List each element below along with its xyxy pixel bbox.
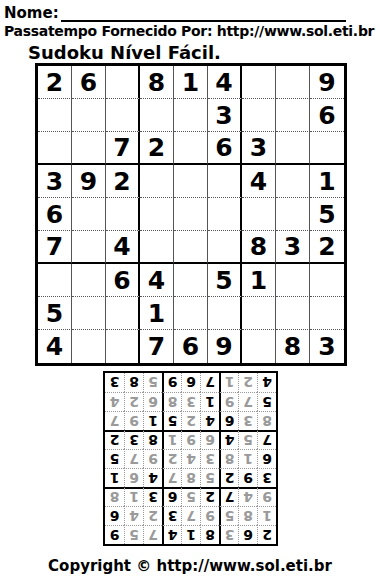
name-row: Nome: xyxy=(4,4,346,22)
solution-cell-r1c3: 3 xyxy=(219,525,238,544)
solution-cell-r1c8: 5 xyxy=(124,525,143,544)
solution-cell-r8c2: 7 xyxy=(238,392,257,411)
sudoku-cell-r4c2: 9 xyxy=(72,165,106,198)
sudoku-cell-r1c1: 2 xyxy=(38,66,72,99)
solution-cell-r5c5: 4 xyxy=(181,449,200,468)
solution-cell-r3c4: 2 xyxy=(200,487,219,506)
solution-cell-r1c4: 8 xyxy=(200,525,219,544)
solution-cell-r5c8: 7 xyxy=(124,449,143,468)
solution-cell-r9c2: 2 xyxy=(238,373,257,392)
solution-cell-r4c8: 6 xyxy=(124,468,143,487)
sudoku-cell-r6c5 xyxy=(174,231,208,264)
solution-cell-r2c4: 9 xyxy=(200,506,219,525)
sudoku-cell-r1c2: 6 xyxy=(72,66,106,99)
sudoku-cell-r3c4: 2 xyxy=(140,132,174,165)
sudoku-cell-r7c6: 5 xyxy=(208,264,242,297)
sudoku-cell-r6c2 xyxy=(72,231,106,264)
solution-cell-r4c5: 8 xyxy=(181,468,200,487)
sudoku-cell-r9c1: 4 xyxy=(38,330,72,363)
solution-cell-r6c8: 3 xyxy=(124,430,143,449)
solution-cell-r9c3: 1 xyxy=(219,373,238,392)
sudoku-cell-r3c9 xyxy=(310,132,344,165)
solution-cell-r7c2: 3 xyxy=(238,411,257,430)
sudoku-cell-r8c8 xyxy=(276,297,310,330)
sudoku-cell-r9c8: 8 xyxy=(276,330,310,363)
sudoku-cell-r8c2 xyxy=(72,297,106,330)
solution-cell-r5c4: 3 xyxy=(200,449,219,468)
solution-cell-r6c2: 5 xyxy=(238,430,257,449)
sudoku-cell-r7c3: 6 xyxy=(106,264,140,297)
sudoku-cell-r2c8 xyxy=(276,99,310,132)
sudoku-cell-r9c2 xyxy=(72,330,106,363)
solution-cell-r9c9: 3 xyxy=(105,373,124,392)
solution-cell-r5c6: 2 xyxy=(162,449,181,468)
sudoku-cell-r7c8 xyxy=(276,264,310,297)
sudoku-cell-r1c5: 1 xyxy=(174,66,208,99)
solution-cell-r4c4: 5 xyxy=(200,468,219,487)
sudoku-cell-r4c8 xyxy=(276,165,310,198)
solution-cell-r2c9: 6 xyxy=(105,506,124,525)
solution-cell-r4c6: 7 xyxy=(162,468,181,487)
sudoku-cell-r4c5 xyxy=(174,165,208,198)
solution-cell-r2c2: 8 xyxy=(238,506,257,525)
solution-cell-r3c7: 3 xyxy=(143,487,162,506)
solution-cell-r1c5: 1 xyxy=(181,525,200,544)
sudoku-cell-r7c1 xyxy=(38,264,72,297)
sudoku-cell-r6c8: 3 xyxy=(276,231,310,264)
solution-cell-r9c5: 6 xyxy=(181,373,200,392)
sudoku-cell-r5c6 xyxy=(208,198,242,231)
sudoku-cell-r2c7 xyxy=(242,99,276,132)
sudoku-cell-r8c3 xyxy=(106,297,140,330)
sudoku-cell-r7c7: 1 xyxy=(242,264,276,297)
solution-cell-r3c2: 4 xyxy=(238,487,257,506)
solution-cell-r8c7: 6 xyxy=(143,392,162,411)
solution-cell-r7c3: 6 xyxy=(219,411,238,430)
solution-cell-r6c3: 4 xyxy=(219,430,238,449)
sudoku-cell-r6c4 xyxy=(140,231,174,264)
sudoku-cell-r2c6: 3 xyxy=(208,99,242,132)
solution-cell-r5c2: 1 xyxy=(238,449,257,468)
sudoku-cell-r2c9: 6 xyxy=(310,99,344,132)
solution-cell-r1c1: 2 xyxy=(257,525,276,544)
solution-cell-r9c1: 4 xyxy=(257,373,276,392)
sudoku-cell-r1c9: 9 xyxy=(310,66,344,99)
solution-cell-r2c5: 7 xyxy=(181,506,200,525)
solution-cell-r7c9: 7 xyxy=(105,411,124,430)
copyright-text: Copyright © http://www.sol.eti.br xyxy=(0,557,380,575)
solution-cell-r2c3: 5 xyxy=(219,506,238,525)
sudoku-cell-r8c4: 1 xyxy=(140,297,174,330)
sudoku-cell-r3c6: 6 xyxy=(208,132,242,165)
sudoku-cell-r8c5 xyxy=(174,297,208,330)
sudoku-cell-r3c1 xyxy=(38,132,72,165)
solution-cell-r9c4: 7 xyxy=(200,373,219,392)
sudoku-cell-r9c4: 7 xyxy=(140,330,174,363)
sudoku-cell-r4c7: 4 xyxy=(242,165,276,198)
sudoku-cell-r9c9: 3 xyxy=(310,330,344,363)
solution-cell-r8c5: 3 xyxy=(181,392,200,411)
solution-cell-r1c2: 6 xyxy=(238,525,257,544)
solution-cell-r7c5: 2 xyxy=(181,411,200,430)
solution-cell-r4c3: 2 xyxy=(219,468,238,487)
sudoku-cell-r2c5 xyxy=(174,99,208,132)
solution-cell-r9c6: 9 xyxy=(162,373,181,392)
solution-cell-r9c7: 5 xyxy=(143,373,162,392)
sudoku-cell-r7c2 xyxy=(72,264,106,297)
sudoku-cell-r1c3 xyxy=(106,66,140,99)
sudoku-cell-r4c4 xyxy=(140,165,174,198)
solution-cell-r8c3: 9 xyxy=(219,392,238,411)
solution-cell-r7c4: 4 xyxy=(200,411,219,430)
solution-cell-r7c8: 9 xyxy=(124,411,143,430)
sudoku-cell-r6c1: 7 xyxy=(38,231,72,264)
solution-cell-r3c9: 8 xyxy=(105,487,124,506)
sudoku-cell-r4c1: 3 xyxy=(38,165,72,198)
solution-cell-r2c6: 3 xyxy=(162,506,181,525)
sudoku-cell-r5c8 xyxy=(276,198,310,231)
solution-cell-r7c7: 1 xyxy=(143,411,162,430)
sudoku-cell-r6c6 xyxy=(208,231,242,264)
solution-cell-r4c1: 3 xyxy=(257,468,276,487)
solution-cell-r2c1: 1 xyxy=(257,506,276,525)
solution-cell-r2c8: 4 xyxy=(124,506,143,525)
solution-cell-r2c7: 2 xyxy=(143,506,162,525)
solution-cell-r3c1: 9 xyxy=(257,487,276,506)
sudoku-cell-r1c7 xyxy=(242,66,276,99)
solution-cell-r6c5: 9 xyxy=(181,430,200,449)
sudoku-cell-r5c5 xyxy=(174,198,208,231)
sudoku-cell-r8c7 xyxy=(242,297,276,330)
solution-cell-r6c4: 6 xyxy=(200,430,219,449)
sudoku-cell-r9c7 xyxy=(242,330,276,363)
sudoku-cell-r5c2 xyxy=(72,198,106,231)
solution-cell-r8c4: 1 xyxy=(200,392,219,411)
sudoku-cell-r4c6 xyxy=(208,165,242,198)
sudoku-puzzle-grid: 268149367263392416574832645151476983 xyxy=(35,63,347,366)
solution-cell-r1c6: 4 xyxy=(162,525,181,544)
solution-cell-r3c3: 7 xyxy=(219,487,238,506)
sudoku-cell-r5c7 xyxy=(242,198,276,231)
solution-cell-r5c1: 6 xyxy=(257,449,276,468)
sudoku-solution-grid-rotated: 2638147591859732469472563183925874616183… xyxy=(103,371,278,546)
sudoku-cell-r1c4: 8 xyxy=(140,66,174,99)
sudoku-cell-r2c4 xyxy=(140,99,174,132)
sudoku-cell-r8c9 xyxy=(310,297,344,330)
solution-cell-r3c6: 6 xyxy=(162,487,181,506)
sudoku-cell-r6c9: 2 xyxy=(310,231,344,264)
solution-cell-r6c1: 7 xyxy=(257,430,276,449)
name-blank-line xyxy=(61,7,346,22)
name-label: Nome: xyxy=(4,4,59,22)
sudoku-cell-r9c6: 9 xyxy=(208,330,242,363)
sudoku-cell-r3c5 xyxy=(174,132,208,165)
sudoku-cell-r3c8 xyxy=(276,132,310,165)
solution-cell-r6c9: 2 xyxy=(105,430,124,449)
sudoku-cell-r5c3 xyxy=(106,198,140,231)
sudoku-cell-r9c3 xyxy=(106,330,140,363)
page-title: Sudoku Nível Fácil. xyxy=(28,42,221,63)
sudoku-cell-r3c7: 3 xyxy=(242,132,276,165)
sudoku-cell-r9c5: 6 xyxy=(174,330,208,363)
sudoku-cell-r2c3 xyxy=(106,99,140,132)
sudoku-cell-r7c5 xyxy=(174,264,208,297)
solution-cell-r8c1: 5 xyxy=(257,392,276,411)
sudoku-cell-r1c8 xyxy=(276,66,310,99)
solution-cell-r4c9: 1 xyxy=(105,468,124,487)
printable-sudoku-sheet: Nome: Passatempo Fornecido Por: http://w… xyxy=(0,0,380,585)
solution-cell-r4c7: 4 xyxy=(143,468,162,487)
sudoku-cell-r2c2 xyxy=(72,99,106,132)
sudoku-cell-r1c6: 4 xyxy=(208,66,242,99)
sudoku-cell-r5c1: 6 xyxy=(38,198,72,231)
solution-cell-r8c6: 8 xyxy=(162,392,181,411)
solution-cell-r6c7: 8 xyxy=(143,430,162,449)
sudoku-cell-r8c1: 5 xyxy=(38,297,72,330)
solution-cell-r8c9: 4 xyxy=(105,392,124,411)
sudoku-cell-r4c3: 2 xyxy=(106,165,140,198)
sudoku-cell-r5c4 xyxy=(140,198,174,231)
sudoku-cell-r5c9: 5 xyxy=(310,198,344,231)
sudoku-cell-r3c3: 7 xyxy=(106,132,140,165)
sudoku-cell-r7c9 xyxy=(310,264,344,297)
solution-cell-r4c2: 9 xyxy=(238,468,257,487)
solution-cell-r7c1: 8 xyxy=(257,411,276,430)
solution-cell-r9c8: 8 xyxy=(124,373,143,392)
sudoku-cell-r3c2 xyxy=(72,132,106,165)
solution-cell-r8c8: 2 xyxy=(124,392,143,411)
provided-by-text: Passatempo Fornecido Por: http://www.sol… xyxy=(4,23,374,39)
solution-cell-r3c5: 5 xyxy=(181,487,200,506)
sudoku-cell-r2c1 xyxy=(38,99,72,132)
sudoku-cell-r7c4: 4 xyxy=(140,264,174,297)
solution-cell-r3c8: 1 xyxy=(124,487,143,506)
solution-cell-r5c7: 9 xyxy=(143,449,162,468)
solution-cell-r5c3: 8 xyxy=(219,449,238,468)
sudoku-cell-r6c7: 8 xyxy=(242,231,276,264)
solution-cell-r5c9: 5 xyxy=(105,449,124,468)
solution-cell-r1c7: 7 xyxy=(143,525,162,544)
solution-cell-r1c9: 9 xyxy=(105,525,124,544)
sudoku-cell-r4c9: 1 xyxy=(310,165,344,198)
solution-cell-r6c6: 1 xyxy=(162,430,181,449)
sudoku-cell-r6c3: 4 xyxy=(106,231,140,264)
solution-cell-r7c6: 5 xyxy=(162,411,181,430)
sudoku-cell-r8c6 xyxy=(208,297,242,330)
